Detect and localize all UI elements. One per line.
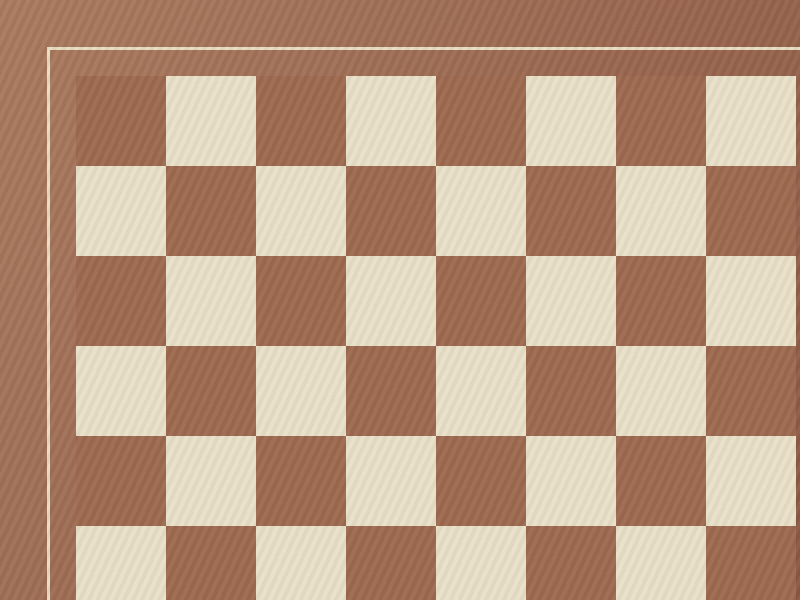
piece-black-rook[interactable]: ♜ xyxy=(0,0,6,2)
pieces-layer: ♜♟♟♝♟♛♞♟♚♟♝♟♞♟♜♟♟♜♟♞♟♝♟♛♟♚♞♟♝♟♟♜ xyxy=(0,0,800,600)
board-photo-scene: ♜♟♟♝♟♛♞♟♚♟♝♟♞♟♜♟♟♜♟♞♟♝♟♛♟♚♞♟♝♟♟♜ xyxy=(0,0,800,600)
